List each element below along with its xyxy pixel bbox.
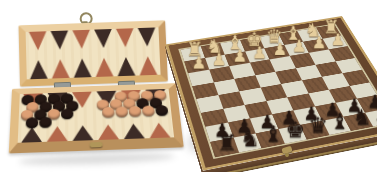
product-photo-stage: ♜♞♝♚♛♝♞♜♟♟♟♟♟♟♟♟♟♟♟♟♟♟♟♟♜♞♝♚♛♝♞♜	[0, 0, 377, 172]
backgammon-set	[5, 9, 182, 163]
checker-dark[interactable]	[39, 117, 52, 128]
chess-board: ♜♞♝♚♛♝♞♜♟♟♟♟♟♟♟♟♟♟♟♟♟♟♟♟♜♞♝♚♛♝♞♜	[165, 16, 377, 171]
chess-square[interactable]: ♟	[184, 58, 209, 73]
backgammon-point-red	[28, 31, 48, 50]
backgammon-point-dark	[122, 123, 147, 139]
backgammon-point-red	[50, 59, 71, 79]
front-clasp-icon	[90, 142, 103, 148]
backgammon-point-dark	[116, 57, 137, 77]
checker-light[interactable]	[102, 107, 115, 118]
checker-cluster-right	[96, 90, 169, 118]
checker-row	[97, 105, 170, 118]
backgammon-base	[9, 83, 184, 153]
backgammon-point-dark	[28, 60, 49, 80]
backgammon-lid	[18, 20, 167, 86]
backgammon-point-red	[115, 28, 136, 47]
backgammon-shadow	[18, 151, 174, 166]
black-rook[interactable]: ♜	[208, 132, 246, 155]
backgammon-point-red	[96, 124, 120, 140]
backgammon-point-dark	[20, 127, 44, 143]
backgammon-point-red	[147, 122, 172, 138]
checker-dark[interactable]	[155, 105, 168, 116]
backgammon-point-red	[71, 30, 92, 49]
checker-cluster-left	[20, 93, 79, 129]
backgammon-lid-board	[26, 27, 161, 79]
backgammon-point-dark	[49, 30, 70, 49]
backgammon-point-red	[94, 57, 115, 77]
checker-light[interactable]	[128, 106, 141, 117]
chess-square[interactable]: ♜	[210, 137, 238, 157]
backgammon-point-dark	[93, 29, 114, 48]
checker-light[interactable]	[142, 105, 155, 116]
backgammon-point-dark	[72, 58, 93, 78]
backgammon-point-red	[138, 56, 159, 76]
lid-points-bottom	[28, 56, 158, 79]
backgammon-point-dark	[71, 125, 95, 141]
backgammon-base-board	[18, 89, 174, 143]
chess-set: ♜♞♝♚♛♝♞♜♟♟♟♟♟♟♟♟♟♟♟♟♟♟♟♟♜♞♝♚♛♝♞♜	[186, 0, 377, 172]
lid-points-top	[28, 27, 158, 50]
backgammon-point-dark	[136, 27, 157, 46]
white-pawn[interactable]: ♟	[182, 54, 215, 72]
checker-dark[interactable]	[26, 117, 39, 128]
checker-light[interactable]	[115, 106, 128, 117]
backgammon-point-red	[46, 126, 70, 142]
